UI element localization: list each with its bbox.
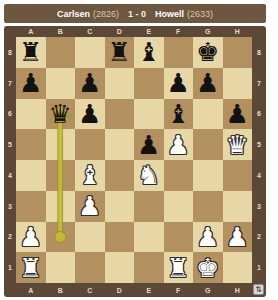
piece-black-pawn[interactable]: ♟ <box>78 70 101 96</box>
square-b8[interactable] <box>46 37 76 68</box>
file-label-h: H <box>223 283 253 297</box>
piece-black-pawn[interactable]: ♟ <box>78 101 101 127</box>
rank-label-3: 3 <box>4 191 16 222</box>
white-player-name: Carlsen <box>57 9 90 19</box>
rank-label-5: 5 <box>4 129 16 160</box>
square-e7[interactable] <box>134 68 164 99</box>
file-label-d: D <box>105 283 135 297</box>
piece-black-rook[interactable]: ♜ <box>19 39 42 65</box>
piece-white-pawn[interactable]: ♟ <box>167 132 190 158</box>
square-f4[interactable] <box>164 160 194 191</box>
square-e6[interactable] <box>134 99 164 130</box>
square-f8[interactable] <box>164 37 194 68</box>
square-a5[interactable] <box>16 129 46 160</box>
rank-label-3: 3 <box>252 191 266 222</box>
board-squares: ♜♜♝♚♟♟♟♟♛♟♝♟♟♟♛♝♞♟♟♟♟♜♜♚ <box>16 37 252 283</box>
rank-label-8: 8 <box>252 37 266 68</box>
piece-white-rook[interactable]: ♜ <box>19 255 42 281</box>
square-b4[interactable] <box>46 160 76 191</box>
square-h4[interactable] <box>223 160 253 191</box>
piece-black-rook[interactable]: ♜ <box>108 39 131 65</box>
square-c7[interactable]: ♟ <box>75 68 105 99</box>
square-g4[interactable] <box>193 160 223 191</box>
square-b6[interactable]: ♛ <box>46 99 76 130</box>
square-b7[interactable] <box>46 68 76 99</box>
piece-white-pawn[interactable]: ♟ <box>196 224 219 250</box>
rank-label-2: 2 <box>4 222 16 253</box>
square-f3[interactable] <box>164 191 194 222</box>
rank-label-4: 4 <box>4 160 16 191</box>
rank-label-4: 4 <box>252 160 266 191</box>
rank-label-8: 8 <box>4 37 16 68</box>
piece-black-queen[interactable]: ♛ <box>49 101 72 127</box>
flip-board-button[interactable]: ⇅ <box>253 284 264 295</box>
square-a7[interactable]: ♟ <box>16 68 46 99</box>
rank-label-7: 7 <box>4 68 16 99</box>
square-e4[interactable]: ♞ <box>134 160 164 191</box>
square-g6[interactable] <box>193 99 223 130</box>
square-b1[interactable] <box>46 252 76 283</box>
square-h2[interactable]: ♟ <box>223 222 253 253</box>
square-d7[interactable] <box>105 68 135 99</box>
square-f6[interactable]: ♝ <box>164 99 194 130</box>
white-player-rating: (2826) <box>93 9 119 19</box>
square-f5[interactable]: ♟ <box>164 129 194 160</box>
piece-black-king[interactable]: ♚ <box>196 39 219 65</box>
square-d8[interactable]: ♜ <box>105 37 135 68</box>
square-a1[interactable]: ♜ <box>16 252 46 283</box>
square-a3[interactable] <box>16 191 46 222</box>
file-label-d: D <box>105 26 135 37</box>
square-g2[interactable]: ♟ <box>193 222 223 253</box>
rank-labels-right: 87654321 <box>252 37 266 283</box>
square-c6[interactable]: ♟ <box>75 99 105 130</box>
square-f1[interactable]: ♜ <box>164 252 194 283</box>
square-d4[interactable] <box>105 160 135 191</box>
square-c2[interactable] <box>75 222 105 253</box>
square-e5[interactable]: ♟ <box>134 129 164 160</box>
rank-label-6: 6 <box>4 99 16 130</box>
square-e1[interactable] <box>134 252 164 283</box>
square-d5[interactable] <box>105 129 135 160</box>
square-g1[interactable]: ♚ <box>193 252 223 283</box>
square-h8[interactable] <box>223 37 253 68</box>
square-h3[interactable] <box>223 191 253 222</box>
file-label-f: F <box>164 283 194 297</box>
file-label-c: C <box>75 26 105 37</box>
rank-label-7: 7 <box>252 68 266 99</box>
square-d2[interactable] <box>105 222 135 253</box>
chess-board: ABCDEFGH 87654321 ♜♜♝♚♟♟♟♟♛♟♝♟♟♟♛♝♞♟♟♟♟♜… <box>4 26 266 297</box>
square-c5[interactable] <box>75 129 105 160</box>
square-g5[interactable] <box>193 129 223 160</box>
square-c3[interactable]: ♟ <box>75 191 105 222</box>
rank-label-2: 2 <box>252 222 266 253</box>
square-a6[interactable] <box>16 99 46 130</box>
piece-black-bishop[interactable]: ♝ <box>167 101 190 127</box>
file-label-b: B <box>46 26 76 37</box>
square-e8[interactable]: ♝ <box>134 37 164 68</box>
piece-black-pawn[interactable]: ♟ <box>167 70 190 96</box>
piece-white-pawn[interactable]: ♟ <box>19 224 42 250</box>
square-d3[interactable] <box>105 191 135 222</box>
piece-white-rook[interactable]: ♜ <box>167 255 190 281</box>
file-label-g: G <box>193 283 223 297</box>
square-b3[interactable] <box>46 191 76 222</box>
flip-board-icon: ⇅ <box>255 286 262 294</box>
rank-label-6: 6 <box>252 99 266 130</box>
square-e2[interactable] <box>134 222 164 253</box>
game-header: Carlsen (2826) 1 - 0 Howell (2633) <box>4 4 266 23</box>
square-a2[interactable]: ♟ <box>16 222 46 253</box>
file-labels-top: ABCDEFGH <box>16 26 252 37</box>
square-h7[interactable] <box>223 68 253 99</box>
square-f7[interactable]: ♟ <box>164 68 194 99</box>
file-label-f: F <box>164 26 194 37</box>
file-label-g: G <box>193 26 223 37</box>
black-player-rating: (2633) <box>187 9 213 19</box>
square-a8[interactable]: ♜ <box>16 37 46 68</box>
piece-white-pawn[interactable]: ♟ <box>226 224 249 250</box>
square-c1[interactable] <box>75 252 105 283</box>
square-b2[interactable] <box>46 222 76 253</box>
piece-white-king[interactable]: ♚ <box>196 255 219 281</box>
black-player-name: Howell <box>155 9 184 19</box>
square-f2[interactable] <box>164 222 194 253</box>
square-g8[interactable]: ♚ <box>193 37 223 68</box>
rank-label-1: 1 <box>4 252 16 283</box>
file-label-a: A <box>16 283 46 297</box>
square-d1[interactable] <box>105 252 135 283</box>
file-label-c: C <box>75 283 105 297</box>
piece-white-queen[interactable]: ♛ <box>226 132 249 158</box>
square-h6[interactable]: ♟ <box>223 99 253 130</box>
chess-app-window: Carlsen (2826) 1 - 0 Howell (2633) ABCDE… <box>0 0 278 300</box>
square-g3[interactable] <box>193 191 223 222</box>
square-e3[interactable] <box>134 191 164 222</box>
square-g7[interactable]: ♟ <box>193 68 223 99</box>
piece-black-pawn[interactable]: ♟ <box>196 70 219 96</box>
rank-labels-left: 87654321 <box>4 37 16 283</box>
piece-white-bishop[interactable]: ♝ <box>78 162 101 188</box>
square-h1[interactable] <box>223 252 253 283</box>
piece-black-pawn[interactable]: ♟ <box>137 132 160 158</box>
square-c8[interactable] <box>75 37 105 68</box>
piece-black-bishop[interactable]: ♝ <box>137 39 160 65</box>
piece-white-knight[interactable]: ♞ <box>137 162 160 188</box>
piece-white-pawn[interactable]: ♟ <box>78 193 101 219</box>
piece-black-pawn[interactable]: ♟ <box>226 101 249 127</box>
file-label-e: E <box>134 26 164 37</box>
square-a4[interactable] <box>16 160 46 191</box>
file-label-a: A <box>16 26 46 37</box>
file-labels-bottom: ABCDEFGH <box>16 283 252 297</box>
file-label-b: B <box>46 283 76 297</box>
rank-label-5: 5 <box>252 129 266 160</box>
game-result: 1 - 0 <box>128 9 146 19</box>
square-h5[interactable]: ♛ <box>223 129 253 160</box>
square-b5[interactable] <box>46 129 76 160</box>
rank-label-1: 1 <box>252 252 266 283</box>
piece-black-pawn[interactable]: ♟ <box>19 70 42 96</box>
square-d6[interactable] <box>105 99 135 130</box>
file-label-h: H <box>223 26 253 37</box>
square-c4[interactable]: ♝ <box>75 160 105 191</box>
file-label-e: E <box>134 283 164 297</box>
